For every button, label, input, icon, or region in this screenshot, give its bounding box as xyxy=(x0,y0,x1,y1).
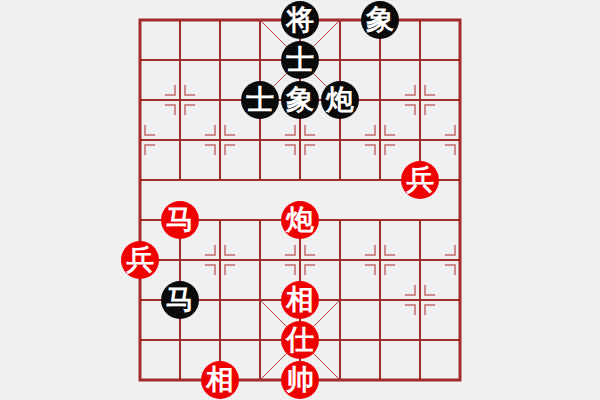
board-point xyxy=(280,120,320,160)
board-point xyxy=(240,160,280,200)
board-point xyxy=(240,200,280,240)
board-point: 仕 xyxy=(280,320,320,360)
board-point xyxy=(240,40,280,80)
board-point: 士 xyxy=(280,40,320,80)
board-point xyxy=(160,240,200,280)
board-point xyxy=(440,360,480,400)
board-point xyxy=(240,360,280,400)
board-point xyxy=(360,40,400,80)
board-point xyxy=(320,120,360,160)
board-point: 马 xyxy=(160,280,200,320)
board-point xyxy=(440,120,480,160)
black-cannon[interactable]: 炮 xyxy=(321,81,359,119)
board-point xyxy=(360,160,400,200)
board-point: 炮 xyxy=(320,80,360,120)
board-point xyxy=(360,320,400,360)
board-point xyxy=(320,40,360,80)
board-point xyxy=(200,200,240,240)
board-point xyxy=(120,360,160,400)
black-advisor[interactable]: 士 xyxy=(281,41,319,79)
board-point xyxy=(160,0,200,40)
black-advisor[interactable]: 士 xyxy=(241,81,279,119)
black-elephant[interactable]: 象 xyxy=(281,81,319,119)
board-point xyxy=(360,80,400,120)
board-point xyxy=(400,240,440,280)
board-point xyxy=(120,40,160,80)
black-horse[interactable]: 马 xyxy=(161,281,199,319)
board-point xyxy=(240,120,280,160)
red-elephant[interactable]: 相 xyxy=(281,281,319,319)
board-point xyxy=(400,40,440,80)
red-elephant[interactable]: 相 xyxy=(201,361,239,399)
black-elephant[interactable]: 象 xyxy=(361,1,399,39)
board-point xyxy=(360,120,400,160)
board-point xyxy=(120,280,160,320)
board-point xyxy=(240,0,280,40)
board-point xyxy=(120,80,160,120)
board-point: 象 xyxy=(360,0,400,40)
red-soldier[interactable]: 兵 xyxy=(121,241,159,279)
board-point xyxy=(120,320,160,360)
board-point: 兵 xyxy=(120,240,160,280)
board-point xyxy=(160,80,200,120)
board-point xyxy=(400,120,440,160)
board-point xyxy=(440,240,480,280)
board-point xyxy=(440,320,480,360)
board-point xyxy=(360,240,400,280)
board-point xyxy=(400,200,440,240)
board-point xyxy=(320,360,360,400)
xiangqi-board: 将象士士象炮兵马炮兵马相仕相帅 xyxy=(120,0,480,400)
board-point xyxy=(240,280,280,320)
board-point xyxy=(280,160,320,200)
board-point xyxy=(360,360,400,400)
board-point xyxy=(160,120,200,160)
board-point xyxy=(160,160,200,200)
board-point xyxy=(440,80,480,120)
board-point xyxy=(360,200,400,240)
board-point xyxy=(160,40,200,80)
red-cannon[interactable]: 炮 xyxy=(281,201,319,239)
board-point xyxy=(320,320,360,360)
board-point xyxy=(320,240,360,280)
board-point xyxy=(120,200,160,240)
board-point xyxy=(320,160,360,200)
red-general[interactable]: 帅 xyxy=(281,361,319,399)
board-point xyxy=(440,40,480,80)
red-soldier[interactable]: 兵 xyxy=(401,161,439,199)
red-horse[interactable]: 马 xyxy=(161,201,199,239)
board-point xyxy=(200,120,240,160)
board-point xyxy=(160,360,200,400)
board-point xyxy=(240,240,280,280)
board-point xyxy=(320,200,360,240)
board-point xyxy=(120,160,160,200)
board-point xyxy=(400,80,440,120)
board-point xyxy=(200,80,240,120)
red-advisor[interactable]: 仕 xyxy=(281,321,319,359)
board-point xyxy=(200,280,240,320)
board-point xyxy=(280,240,320,280)
board-point xyxy=(160,320,200,360)
board-point: 帅 xyxy=(280,360,320,400)
board-point xyxy=(440,0,480,40)
board-point xyxy=(440,200,480,240)
board-point xyxy=(320,0,360,40)
board-point: 马 xyxy=(160,200,200,240)
board-point xyxy=(200,160,240,200)
board-point: 士 xyxy=(240,80,280,120)
board-point xyxy=(400,280,440,320)
board-point xyxy=(120,120,160,160)
board-point xyxy=(360,280,400,320)
board-point: 象 xyxy=(280,80,320,120)
board-point xyxy=(200,320,240,360)
board-point xyxy=(440,280,480,320)
board-point xyxy=(120,0,160,40)
xiangqi-board-screen: 将象士士象炮兵马炮兵马相仕相帅 xyxy=(0,0,600,400)
board-point xyxy=(240,320,280,360)
board-point: 将 xyxy=(280,0,320,40)
board-point xyxy=(200,240,240,280)
board-point xyxy=(200,0,240,40)
board-point: 兵 xyxy=(400,160,440,200)
board-point: 炮 xyxy=(280,200,320,240)
black-general[interactable]: 将 xyxy=(281,1,319,39)
board-point xyxy=(320,280,360,320)
board-point xyxy=(400,320,440,360)
board-point xyxy=(400,360,440,400)
board-point: 相 xyxy=(280,280,320,320)
board-point xyxy=(400,0,440,40)
board-point: 相 xyxy=(200,360,240,400)
board-point xyxy=(440,160,480,200)
board-point xyxy=(200,40,240,80)
